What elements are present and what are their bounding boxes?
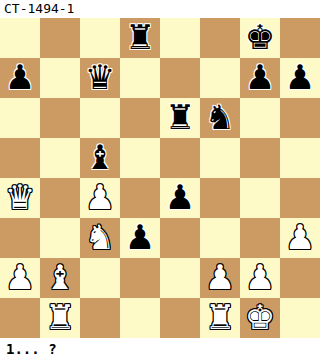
square-b1[interactable]: ♜ bbox=[40, 298, 80, 338]
square-e2[interactable] bbox=[160, 258, 200, 298]
square-g3[interactable] bbox=[240, 218, 280, 258]
square-g1[interactable]: ♚ bbox=[240, 298, 280, 338]
square-a3[interactable] bbox=[0, 218, 40, 258]
square-e4[interactable]: ♟ bbox=[160, 178, 200, 218]
square-a1[interactable] bbox=[0, 298, 40, 338]
square-h4[interactable] bbox=[280, 178, 320, 218]
square-e5[interactable] bbox=[160, 138, 200, 178]
black-pawn-icon: ♟ bbox=[285, 60, 315, 94]
move-prompt-label: 1... ? bbox=[0, 338, 320, 360]
white-pawn-icon: ♟ bbox=[5, 260, 35, 294]
puzzle-id-label: CT-1494-1 bbox=[0, 0, 320, 18]
square-c1[interactable] bbox=[80, 298, 120, 338]
square-e6[interactable]: ♜ bbox=[160, 98, 200, 138]
square-f3[interactable] bbox=[200, 218, 240, 258]
white-queen-icon: ♛ bbox=[5, 180, 35, 214]
square-f7[interactable] bbox=[200, 58, 240, 98]
black-pawn-icon: ♟ bbox=[165, 180, 195, 214]
square-c4[interactable]: ♟ bbox=[80, 178, 120, 218]
square-d2[interactable] bbox=[120, 258, 160, 298]
square-a5[interactable] bbox=[0, 138, 40, 178]
square-b5[interactable] bbox=[40, 138, 80, 178]
square-e7[interactable] bbox=[160, 58, 200, 98]
square-c8[interactable] bbox=[80, 18, 120, 58]
black-queen-icon: ♛ bbox=[85, 60, 115, 94]
square-a7[interactable]: ♟ bbox=[0, 58, 40, 98]
square-h8[interactable] bbox=[280, 18, 320, 58]
square-d8[interactable]: ♜ bbox=[120, 18, 160, 58]
square-g6[interactable] bbox=[240, 98, 280, 138]
white-knight-icon: ♞ bbox=[85, 220, 115, 254]
square-f6[interactable]: ♞ bbox=[200, 98, 240, 138]
square-f2[interactable]: ♟ bbox=[200, 258, 240, 298]
black-pawn-icon: ♟ bbox=[125, 220, 155, 254]
square-c7[interactable]: ♛ bbox=[80, 58, 120, 98]
white-pawn-icon: ♟ bbox=[85, 180, 115, 214]
square-g8[interactable]: ♚ bbox=[240, 18, 280, 58]
square-a2[interactable]: ♟ bbox=[0, 258, 40, 298]
black-knight-icon: ♞ bbox=[205, 100, 235, 134]
square-d4[interactable] bbox=[120, 178, 160, 218]
black-pawn-icon: ♟ bbox=[5, 60, 35, 94]
black-king-icon: ♚ bbox=[245, 20, 275, 54]
black-pawn-icon: ♟ bbox=[245, 60, 275, 94]
square-c2[interactable] bbox=[80, 258, 120, 298]
square-d5[interactable] bbox=[120, 138, 160, 178]
square-a6[interactable] bbox=[0, 98, 40, 138]
square-d6[interactable] bbox=[120, 98, 160, 138]
square-d7[interactable] bbox=[120, 58, 160, 98]
square-h2[interactable] bbox=[280, 258, 320, 298]
square-d3[interactable]: ♟ bbox=[120, 218, 160, 258]
chess-puzzle-window: CT-1494-1 ♜♚♟♛♟♟♜♞♝♛♟♟♞♟♟♟♝♟♟♜♜♚ 1... ? bbox=[0, 0, 320, 360]
square-b2[interactable]: ♝ bbox=[40, 258, 80, 298]
square-f1[interactable]: ♜ bbox=[200, 298, 240, 338]
square-g4[interactable] bbox=[240, 178, 280, 218]
square-h7[interactable]: ♟ bbox=[280, 58, 320, 98]
square-f5[interactable] bbox=[200, 138, 240, 178]
square-c3[interactable]: ♞ bbox=[80, 218, 120, 258]
square-b8[interactable] bbox=[40, 18, 80, 58]
white-pawn-icon: ♟ bbox=[285, 220, 315, 254]
black-rook-icon: ♜ bbox=[165, 100, 195, 134]
white-pawn-icon: ♟ bbox=[205, 260, 235, 294]
square-d1[interactable] bbox=[120, 298, 160, 338]
square-f4[interactable] bbox=[200, 178, 240, 218]
square-b7[interactable] bbox=[40, 58, 80, 98]
square-b4[interactable] bbox=[40, 178, 80, 218]
white-rook-icon: ♜ bbox=[205, 300, 235, 334]
square-e3[interactable] bbox=[160, 218, 200, 258]
square-h5[interactable] bbox=[280, 138, 320, 178]
chess-board: ♜♚♟♛♟♟♜♞♝♛♟♟♞♟♟♟♝♟♟♜♜♚ bbox=[0, 18, 320, 338]
square-h6[interactable] bbox=[280, 98, 320, 138]
square-a4[interactable]: ♛ bbox=[0, 178, 40, 218]
square-g5[interactable] bbox=[240, 138, 280, 178]
square-e1[interactable] bbox=[160, 298, 200, 338]
square-c5[interactable]: ♝ bbox=[80, 138, 120, 178]
square-h3[interactable]: ♟ bbox=[280, 218, 320, 258]
black-rook-icon: ♜ bbox=[125, 20, 155, 54]
black-bishop-icon: ♝ bbox=[85, 140, 115, 174]
square-b3[interactable] bbox=[40, 218, 80, 258]
square-c6[interactable] bbox=[80, 98, 120, 138]
square-a8[interactable] bbox=[0, 18, 40, 58]
square-g7[interactable]: ♟ bbox=[240, 58, 280, 98]
white-pawn-icon: ♟ bbox=[245, 260, 275, 294]
square-h1[interactable] bbox=[280, 298, 320, 338]
square-e8[interactable] bbox=[160, 18, 200, 58]
white-king-icon: ♚ bbox=[245, 300, 275, 334]
square-f8[interactable] bbox=[200, 18, 240, 58]
square-b6[interactable] bbox=[40, 98, 80, 138]
white-rook-icon: ♜ bbox=[45, 300, 75, 334]
square-g2[interactable]: ♟ bbox=[240, 258, 280, 298]
white-bishop-icon: ♝ bbox=[45, 260, 75, 294]
